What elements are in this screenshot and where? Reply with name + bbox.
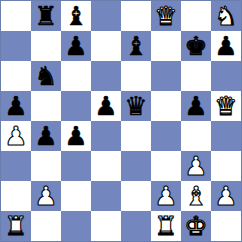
black-pawn: ♟ [94,91,117,121]
white-pawn: ♟ [4,121,27,151]
square-b5[interactable] [31,91,61,121]
black-pawn: ♟ [214,31,237,61]
black-pawn: ♟ [64,121,87,151]
square-a1[interactable]: ♜ [1,211,31,241]
square-a7[interactable] [1,31,31,61]
square-f2[interactable]: ♟ [151,181,181,211]
white-knight: ♞ [214,1,237,31]
square-c7[interactable]: ♟ [61,31,91,61]
black-bishop: ♝ [124,31,147,61]
square-g4[interactable] [181,121,211,151]
square-f5[interactable] [151,91,181,121]
square-b6[interactable]: ♞ [31,61,61,91]
square-e5[interactable]: ♛ [121,91,151,121]
white-pawn: ♟ [154,181,177,211]
square-h6[interactable] [211,61,241,91]
square-b1[interactable] [31,211,61,241]
square-a3[interactable] [1,151,31,181]
white-queen: ♛ [154,1,177,31]
black-knight: ♞ [34,61,57,91]
square-d8[interactable] [91,1,121,31]
black-pawn: ♟ [64,31,87,61]
square-c4[interactable]: ♟ [61,121,91,151]
square-a4[interactable]: ♟ [1,121,31,151]
square-g8[interactable] [181,1,211,31]
square-d2[interactable] [91,181,121,211]
square-f4[interactable] [151,121,181,151]
square-d4[interactable] [91,121,121,151]
black-bishop: ♝ [64,1,87,31]
square-a2[interactable] [1,181,31,211]
square-c2[interactable] [61,181,91,211]
black-rook: ♜ [34,1,57,31]
square-d5[interactable]: ♟ [91,91,121,121]
square-b2[interactable]: ♟ [31,181,61,211]
square-b4[interactable]: ♟ [31,121,61,151]
black-queen: ♛ [124,91,147,121]
chess-board: ♜♝♛♞♟♝♚♟♞♟♟♛♟♛♟♟♟♟♟♟♝♟♜♜♚ [0,0,242,242]
square-e8[interactable] [121,1,151,31]
square-f6[interactable] [151,61,181,91]
black-pawn: ♟ [4,91,27,121]
square-g7[interactable]: ♚ [181,31,211,61]
white-king: ♚ [184,211,207,241]
white-pawn: ♟ [34,181,57,211]
square-c5[interactable] [61,91,91,121]
square-e3[interactable] [121,151,151,181]
square-d7[interactable] [91,31,121,61]
square-g1[interactable]: ♚ [181,211,211,241]
square-c1[interactable] [61,211,91,241]
square-e4[interactable] [121,121,151,151]
square-a8[interactable] [1,1,31,31]
square-d6[interactable] [91,61,121,91]
black-pawn: ♟ [184,91,207,121]
square-e2[interactable] [121,181,151,211]
white-queen: ♛ [214,91,237,121]
white-rook: ♜ [154,211,177,241]
square-b7[interactable] [31,31,61,61]
white-bishop: ♝ [184,181,207,211]
square-h1[interactable] [211,211,241,241]
square-e6[interactable] [121,61,151,91]
square-f3[interactable] [151,151,181,181]
square-b8[interactable]: ♜ [31,1,61,31]
white-pawn: ♟ [214,181,237,211]
black-pawn: ♟ [34,121,57,151]
square-g2[interactable]: ♝ [181,181,211,211]
square-b3[interactable] [31,151,61,181]
square-d3[interactable] [91,151,121,181]
square-a5[interactable]: ♟ [1,91,31,121]
square-f1[interactable]: ♜ [151,211,181,241]
square-f7[interactable] [151,31,181,61]
white-pawn: ♟ [184,151,207,181]
square-c6[interactable] [61,61,91,91]
square-h4[interactable] [211,121,241,151]
square-e1[interactable] [121,211,151,241]
square-g3[interactable]: ♟ [181,151,211,181]
square-c3[interactable] [61,151,91,181]
white-rook: ♜ [4,211,27,241]
square-f8[interactable]: ♛ [151,1,181,31]
square-e7[interactable]: ♝ [121,31,151,61]
square-c8[interactable]: ♝ [61,1,91,31]
square-h7[interactable]: ♟ [211,31,241,61]
square-h3[interactable] [211,151,241,181]
square-h5[interactable]: ♛ [211,91,241,121]
black-king: ♚ [184,31,207,61]
square-g5[interactable]: ♟ [181,91,211,121]
square-g6[interactable] [181,61,211,91]
square-h8[interactable]: ♞ [211,1,241,31]
square-a6[interactable] [1,61,31,91]
square-d1[interactable] [91,211,121,241]
square-h2[interactable]: ♟ [211,181,241,211]
